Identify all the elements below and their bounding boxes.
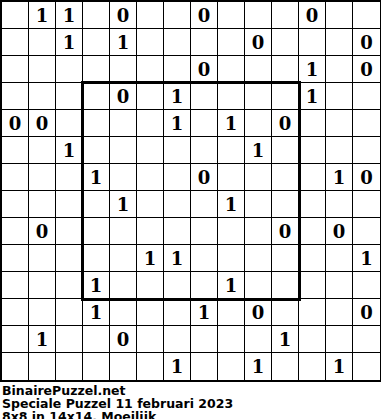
cell-r3c2[interactable] [56, 83, 83, 110]
cell-r13c6: 1 [164, 353, 191, 380]
cell-r9c8[interactable] [218, 245, 245, 272]
cell-r4c1: 0 [29, 110, 56, 137]
cell-r5c3[interactable] [83, 137, 110, 164]
cell-r13c1[interactable] [29, 353, 56, 380]
cell-r7c1[interactable] [29, 191, 56, 218]
cell-r10c11[interactable] [299, 272, 326, 299]
cell-r6c1[interactable] [29, 164, 56, 191]
cell-r12c3[interactable] [83, 326, 110, 353]
cell-r12c8[interactable] [218, 326, 245, 353]
cell-r5c4[interactable] [110, 137, 137, 164]
cell-r11c7: 1 [191, 299, 218, 326]
cell-r10c6[interactable] [164, 272, 191, 299]
cell-r4c6: 1 [164, 110, 191, 137]
cell-r13c3[interactable] [83, 353, 110, 380]
cell-r9c5: 1 [137, 245, 164, 272]
cell-r13c5[interactable] [137, 353, 164, 380]
cell-r6c5[interactable] [137, 164, 164, 191]
cell-r4c7[interactable] [191, 110, 218, 137]
cell-r13c2[interactable] [56, 353, 83, 380]
cell-r8c11[interactable] [299, 218, 326, 245]
cell-r9c12[interactable] [326, 245, 353, 272]
cell-r12c12[interactable] [326, 326, 353, 353]
cell-r2c13: 0 [353, 56, 380, 83]
cell-r5c0[interactable] [2, 137, 29, 164]
cell-r7c9[interactable] [245, 191, 272, 218]
cell-r5c6[interactable] [164, 137, 191, 164]
cell-r1c4: 1 [110, 29, 137, 56]
cell-r8c6[interactable] [164, 218, 191, 245]
cell-r11c8[interactable] [218, 299, 245, 326]
cell-r12c0[interactable] [2, 326, 29, 353]
cell-r13c8[interactable] [218, 353, 245, 380]
cell-r10c1[interactable] [29, 272, 56, 299]
cell-r3c1[interactable] [29, 83, 56, 110]
cell-r8c5[interactable] [137, 218, 164, 245]
cell-r3c4: 0 [110, 83, 137, 110]
cell-r7c11[interactable] [299, 191, 326, 218]
cell-r5c9: 1 [245, 137, 272, 164]
cell-r11c1[interactable] [29, 299, 56, 326]
cell-r7c10[interactable] [272, 191, 299, 218]
cell-r8c10: 0 [272, 218, 299, 245]
cell-r9c4[interactable] [110, 245, 137, 272]
cell-r2c9[interactable] [245, 56, 272, 83]
cell-r1c8[interactable] [218, 29, 245, 56]
cell-r11c0[interactable] [2, 299, 29, 326]
cell-r8c12: 0 [326, 218, 353, 245]
cell-r6c11[interactable] [299, 164, 326, 191]
cell-r1c12[interactable] [326, 29, 353, 56]
cell-r9c1[interactable] [29, 245, 56, 272]
cell-r7c12[interactable] [326, 191, 353, 218]
cell-r1c7[interactable] [191, 29, 218, 56]
cell-r13c0[interactable] [2, 353, 29, 380]
cell-r9c13: 1 [353, 245, 380, 272]
cell-r4c11[interactable] [299, 110, 326, 137]
cell-r7c4: 1 [110, 191, 137, 218]
cell-r11c2[interactable] [56, 299, 83, 326]
cell-r7c7[interactable] [191, 191, 218, 218]
cell-r10c13[interactable] [353, 272, 380, 299]
cell-r6c2[interactable] [56, 164, 83, 191]
cell-r5c2: 1 [56, 137, 83, 164]
cell-r4c9[interactable] [245, 110, 272, 137]
cell-r0c7: 0 [191, 2, 218, 29]
cell-r3c11: 1 [299, 83, 326, 110]
cell-r8c3[interactable] [83, 218, 110, 245]
cell-r2c7: 0 [191, 56, 218, 83]
cell-r1c3[interactable] [83, 29, 110, 56]
cell-r6c0[interactable] [2, 164, 29, 191]
cell-r4c2[interactable] [56, 110, 83, 137]
cell-r10c3: 1 [83, 272, 110, 299]
cell-r8c0[interactable] [2, 218, 29, 245]
cell-r1c5[interactable] [137, 29, 164, 56]
cell-r6c9[interactable] [245, 164, 272, 191]
cell-r0c13[interactable] [353, 2, 380, 29]
cell-r3c9[interactable] [245, 83, 272, 110]
cell-r0c1: 1 [29, 2, 56, 29]
cell-r3c8[interactable] [218, 83, 245, 110]
cell-r3c12[interactable] [326, 83, 353, 110]
cell-r1c6[interactable] [164, 29, 191, 56]
cell-r13c4[interactable] [110, 353, 137, 380]
cell-r4c10: 0 [272, 110, 299, 137]
cell-r9c9[interactable] [245, 245, 272, 272]
cell-r12c6[interactable] [164, 326, 191, 353]
cell-r7c0[interactable] [2, 191, 29, 218]
cell-r0c12[interactable] [326, 2, 353, 29]
cell-r0c0[interactable] [2, 2, 29, 29]
cell-r3c5[interactable] [137, 83, 164, 110]
cell-r6c12: 1 [326, 164, 353, 191]
cell-r8c13[interactable] [353, 218, 380, 245]
puzzle-info: 8x8 in 14x14, Moeilijk [2, 410, 381, 419]
cell-r7c8: 1 [218, 191, 245, 218]
puzzle-board: 1100011000100110011011101011000111111100… [0, 0, 381, 382]
cell-r11c10[interactable] [272, 299, 299, 326]
cell-r2c6[interactable] [164, 56, 191, 83]
cell-r4c0: 0 [2, 110, 29, 137]
cell-r4c5[interactable] [137, 110, 164, 137]
cell-r1c11[interactable] [299, 29, 326, 56]
cell-r5c12[interactable] [326, 137, 353, 164]
cell-r6c8[interactable] [218, 164, 245, 191]
cell-r11c6[interactable] [164, 299, 191, 326]
cell-r8c8[interactable] [218, 218, 245, 245]
cell-r9c2[interactable] [56, 245, 83, 272]
cell-r5c1[interactable] [29, 137, 56, 164]
cell-r3c3[interactable] [83, 83, 110, 110]
cell-r7c13[interactable] [353, 191, 380, 218]
cell-r4c4[interactable] [110, 110, 137, 137]
cell-r0c10[interactable] [272, 2, 299, 29]
cell-r12c7[interactable] [191, 326, 218, 353]
cell-r12c11[interactable] [299, 326, 326, 353]
cell-r1c9: 0 [245, 29, 272, 56]
cell-r13c9: 1 [245, 353, 272, 380]
cell-r3c13[interactable] [353, 83, 380, 110]
cell-r10c5[interactable] [137, 272, 164, 299]
cell-r9c11[interactable] [299, 245, 326, 272]
cell-r2c5[interactable] [137, 56, 164, 83]
cell-r0c8[interactable] [218, 2, 245, 29]
cell-r3c6: 1 [164, 83, 191, 110]
cell-r6c10[interactable] [272, 164, 299, 191]
cell-r10c12[interactable] [326, 272, 353, 299]
cell-r0c6[interactable] [164, 2, 191, 29]
cell-r11c3: 1 [83, 299, 110, 326]
cell-r12c1: 1 [29, 326, 56, 353]
cell-r9c10[interactable] [272, 245, 299, 272]
cell-r3c0[interactable] [2, 83, 29, 110]
cell-r1c0[interactable] [2, 29, 29, 56]
cell-r7c5[interactable] [137, 191, 164, 218]
cell-r4c13[interactable] [353, 110, 380, 137]
cell-r4c3[interactable] [83, 110, 110, 137]
cell-r1c2: 1 [56, 29, 83, 56]
cell-r6c4[interactable] [110, 164, 137, 191]
cell-r5c10[interactable] [272, 137, 299, 164]
cell-r2c10[interactable] [272, 56, 299, 83]
cell-r9c6: 1 [164, 245, 191, 272]
cell-r7c2[interactable] [56, 191, 83, 218]
cell-r8c1: 0 [29, 218, 56, 245]
cell-r13c11[interactable] [299, 353, 326, 380]
cell-r0c11: 0 [299, 2, 326, 29]
cell-r2c4[interactable] [110, 56, 137, 83]
cell-r6c3: 1 [83, 164, 110, 191]
cell-r10c7[interactable] [191, 272, 218, 299]
cell-r12c5[interactable] [137, 326, 164, 353]
cell-r2c1[interactable] [29, 56, 56, 83]
cell-r2c8[interactable] [218, 56, 245, 83]
cell-r11c9: 0 [245, 299, 272, 326]
cell-r12c13[interactable] [353, 326, 380, 353]
cell-r13c7[interactable] [191, 353, 218, 380]
cell-r10c0[interactable] [2, 272, 29, 299]
cell-r11c13: 0 [353, 299, 380, 326]
cell-r6c7: 0 [191, 164, 218, 191]
cell-r10c2[interactable] [56, 272, 83, 299]
cell-r9c3[interactable] [83, 245, 110, 272]
cell-r8c2[interactable] [56, 218, 83, 245]
cell-r2c12[interactable] [326, 56, 353, 83]
cell-r5c8[interactable] [218, 137, 245, 164]
cell-r0c3[interactable] [83, 2, 110, 29]
cell-r8c4[interactable] [110, 218, 137, 245]
cell-r11c4[interactable] [110, 299, 137, 326]
cell-r2c3[interactable] [83, 56, 110, 83]
cell-r4c8: 1 [218, 110, 245, 137]
cell-r11c5[interactable] [137, 299, 164, 326]
cell-r10c4[interactable] [110, 272, 137, 299]
cell-r6c6[interactable] [164, 164, 191, 191]
cell-r10c10[interactable] [272, 272, 299, 299]
cell-r7c6[interactable] [164, 191, 191, 218]
cell-r0c4: 0 [110, 2, 137, 29]
cell-r5c11[interactable] [299, 137, 326, 164]
cell-r9c7[interactable] [191, 245, 218, 272]
cell-r3c10[interactable] [272, 83, 299, 110]
cell-r4c12[interactable] [326, 110, 353, 137]
footer: BinairePuzzel.net Speciale Puzzel 11 feb… [0, 382, 381, 419]
cell-r1c1[interactable] [29, 29, 56, 56]
cell-r12c9[interactable] [245, 326, 272, 353]
cell-r12c2[interactable] [56, 326, 83, 353]
cell-r1c10[interactable] [272, 29, 299, 56]
cell-r1c13: 0 [353, 29, 380, 56]
cell-r12c4: 0 [110, 326, 137, 353]
cell-r9c0[interactable] [2, 245, 29, 272]
cell-r5c13[interactable] [353, 137, 380, 164]
cell-r7c3[interactable] [83, 191, 110, 218]
cell-r13c13[interactable] [353, 353, 380, 380]
cell-r13c10[interactable] [272, 353, 299, 380]
cell-r8c9[interactable] [245, 218, 272, 245]
cell-r8c7[interactable] [191, 218, 218, 245]
cell-r5c5[interactable] [137, 137, 164, 164]
cell-r2c0[interactable] [2, 56, 29, 83]
cell-r13c12: 1 [326, 353, 353, 380]
cell-r0c5[interactable] [137, 2, 164, 29]
cell-r2c11: 1 [299, 56, 326, 83]
cell-r10c8: 1 [218, 272, 245, 299]
cell-r2c2[interactable] [56, 56, 83, 83]
cell-r11c12[interactable] [326, 299, 353, 326]
cell-r12c10: 1 [272, 326, 299, 353]
cell-r6c13: 0 [353, 164, 380, 191]
cell-r5c7[interactable] [191, 137, 218, 164]
cell-r3c7[interactable] [191, 83, 218, 110]
cell-r0c2: 1 [56, 2, 83, 29]
cell-r0c9[interactable] [245, 2, 272, 29]
cell-r10c9[interactable] [245, 272, 272, 299]
cell-r11c11[interactable] [299, 299, 326, 326]
